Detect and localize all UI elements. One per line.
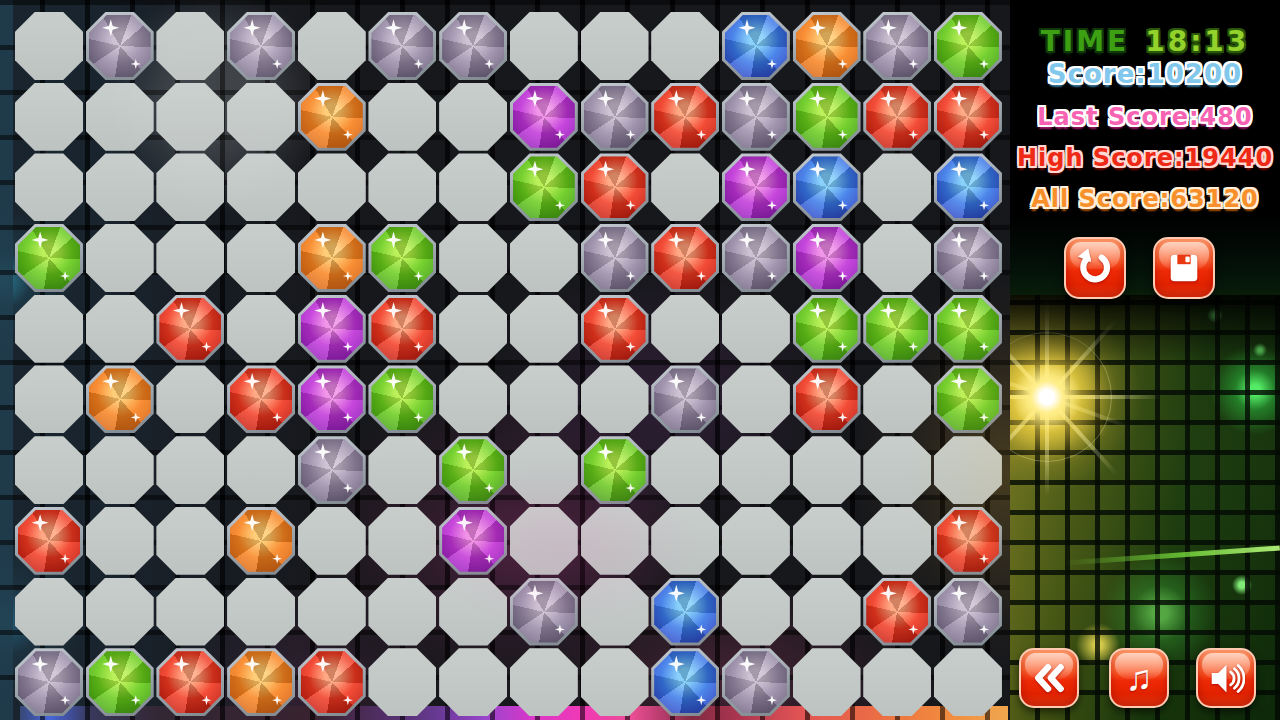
cell-empty: [439, 224, 507, 292]
gem-facets: [89, 368, 151, 430]
gem-red[interactable]: [227, 365, 295, 433]
cell-empty: [793, 578, 861, 646]
gem-facets: [371, 368, 433, 430]
gem-red[interactable]: [581, 153, 649, 221]
gem-red[interactable]: [156, 648, 224, 716]
cell-empty: [439, 578, 507, 646]
time-display: TIME18:13: [1010, 27, 1280, 58]
gem-facets: [796, 156, 858, 218]
gem-facets: [796, 368, 858, 430]
cell-empty: [156, 578, 224, 646]
gem-facets: [301, 439, 363, 501]
cell-empty: [86, 295, 154, 363]
cell-empty: [651, 507, 719, 575]
cell-empty: [86, 224, 154, 292]
cell-empty: [863, 648, 931, 716]
cell-empty: [510, 648, 578, 716]
gem-facets: [796, 15, 858, 77]
cell-empty: [156, 153, 224, 221]
gem-facets: [371, 298, 433, 360]
gem-silver[interactable]: [15, 648, 83, 716]
board-grid: [15, 12, 1002, 716]
cell-empty: [722, 507, 790, 575]
gem-orange[interactable]: [298, 83, 366, 151]
gem-facets: [18, 510, 80, 572]
gem-facets: [866, 298, 928, 360]
gem-facets: [584, 227, 646, 289]
all-score-label: All Score:: [1031, 185, 1170, 213]
sound-toggle-button[interactable]: [1196, 648, 1256, 708]
last-score-value: 480: [1200, 103, 1253, 131]
gem-magenta[interactable]: [298, 295, 366, 363]
gem-facets: [654, 227, 716, 289]
gem-blue[interactable]: [934, 153, 1002, 221]
cell-empty: [722, 295, 790, 363]
gem-red[interactable]: [651, 224, 719, 292]
cell-empty: [156, 365, 224, 433]
gem-facets: [584, 156, 646, 218]
cell-empty: [863, 224, 931, 292]
cell-empty: [439, 83, 507, 151]
gem-red[interactable]: [298, 648, 366, 716]
restart-button[interactable]: [1064, 237, 1126, 299]
cell-empty: [581, 578, 649, 646]
gem-orange[interactable]: [227, 648, 295, 716]
gem-blue[interactable]: [722, 12, 790, 80]
gem-facets: [18, 227, 80, 289]
gem-magenta[interactable]: [298, 365, 366, 433]
gem-facets: [159, 298, 221, 360]
gem-facets: [301, 298, 363, 360]
gem-magenta[interactable]: [439, 507, 507, 575]
gem-silver[interactable]: [510, 578, 578, 646]
score-label: Score:: [1048, 59, 1147, 89]
cell-empty: [368, 648, 436, 716]
restart-arrow-icon: [1076, 249, 1114, 287]
gem-silver[interactable]: [581, 224, 649, 292]
gem-facets: [937, 156, 999, 218]
gem-red[interactable]: [934, 507, 1002, 575]
time-value: 18:13: [1145, 25, 1249, 58]
gem-facets: [442, 15, 504, 77]
back-button[interactable]: [1019, 648, 1079, 708]
gem-facets: [796, 298, 858, 360]
gem-silver[interactable]: [86, 12, 154, 80]
double-chevron-back-icon: [1031, 660, 1067, 696]
gem-silver[interactable]: [722, 648, 790, 716]
cell-empty: [368, 83, 436, 151]
floppy-save-icon: [1165, 249, 1203, 287]
gem-facets: [513, 156, 575, 218]
gem-facets: [442, 510, 504, 572]
gem-silver[interactable]: [934, 224, 1002, 292]
cell-empty: [15, 83, 83, 151]
gem-facets: [725, 156, 787, 218]
gem-orange[interactable]: [227, 507, 295, 575]
gem-facets: [230, 15, 292, 77]
gem-green[interactable]: [15, 224, 83, 292]
gem-facets: [937, 15, 999, 77]
gem-facets: [725, 651, 787, 713]
cell-empty: [510, 224, 578, 292]
gem-red[interactable]: [863, 83, 931, 151]
board: [0, 0, 1010, 720]
cell-empty: [510, 365, 578, 433]
gem-facets: [584, 439, 646, 501]
cell-empty: [793, 436, 861, 504]
gem-facets: [301, 86, 363, 148]
gem-facets: [725, 86, 787, 148]
gem-red[interactable]: [863, 578, 931, 646]
gem-blue[interactable]: [651, 578, 719, 646]
gem-green[interactable]: [581, 436, 649, 504]
high-score-label: High Score:: [1017, 144, 1185, 172]
gem-green[interactable]: [793, 295, 861, 363]
gem-blue[interactable]: [793, 153, 861, 221]
gem-facets: [937, 368, 999, 430]
cell-empty: [156, 507, 224, 575]
cell-empty: [15, 578, 83, 646]
gem-silver[interactable]: [298, 436, 366, 504]
cell-empty: [156, 83, 224, 151]
gem-facets: [89, 651, 151, 713]
cell-empty: [156, 436, 224, 504]
music-toggle-button[interactable]: ♫: [1109, 648, 1169, 708]
cell-empty: [510, 507, 578, 575]
gem-orange[interactable]: [793, 12, 861, 80]
cell-empty: [86, 578, 154, 646]
cell-empty: [863, 153, 931, 221]
gem-facets: [654, 368, 716, 430]
green-light-streak: [1065, 546, 1280, 566]
cell-empty: [15, 295, 83, 363]
cell-empty: [439, 648, 507, 716]
cell-empty: [86, 83, 154, 151]
all-score-display: All Score:63120: [1010, 186, 1280, 212]
cell-empty: [722, 436, 790, 504]
cell-empty: [439, 295, 507, 363]
cell-empty: [581, 12, 649, 80]
gem-magenta[interactable]: [722, 153, 790, 221]
gem-facets: [371, 15, 433, 77]
gem-silver[interactable]: [863, 12, 931, 80]
gem-facets: [725, 227, 787, 289]
gem-facets: [866, 581, 928, 643]
score-display: Score:10200: [1010, 60, 1280, 89]
cell-empty: [651, 295, 719, 363]
gem-green[interactable]: [368, 365, 436, 433]
gem-facets: [654, 581, 716, 643]
cell-empty: [368, 507, 436, 575]
cell-empty: [581, 365, 649, 433]
gem-silver[interactable]: [651, 365, 719, 433]
light-ray: [1010, 318, 1119, 477]
cell-empty: [934, 648, 1002, 716]
gem-green[interactable]: [934, 12, 1002, 80]
gem-facets: [230, 368, 292, 430]
gem-facets: [937, 227, 999, 289]
cell-empty: [15, 153, 83, 221]
cell-empty: [793, 648, 861, 716]
gem-facets: [230, 510, 292, 572]
cell-empty: [227, 436, 295, 504]
gem-facets: [301, 651, 363, 713]
last-score-label: Last Score:: [1037, 103, 1199, 131]
gem-silver[interactable]: [581, 83, 649, 151]
gem-facets: [796, 227, 858, 289]
cell-empty: [227, 83, 295, 151]
gem-orange[interactable]: [86, 365, 154, 433]
cell-empty: [510, 12, 578, 80]
cell-empty: [156, 224, 224, 292]
light-ray: [1045, 297, 1049, 497]
cell-empty: [15, 436, 83, 504]
cell-empty: [227, 295, 295, 363]
gem-silver[interactable]: [227, 12, 295, 80]
gem-green[interactable]: [510, 153, 578, 221]
gem-facets: [301, 368, 363, 430]
gem-green[interactable]: [439, 436, 507, 504]
gem-facets: [866, 15, 928, 77]
gem-facets: [654, 86, 716, 148]
cell-empty: [15, 365, 83, 433]
cell-empty: [510, 295, 578, 363]
time-label: TIME: [1041, 25, 1130, 58]
gem-silver[interactable]: [934, 578, 1002, 646]
gem-facets: [796, 86, 858, 148]
cell-empty: [368, 153, 436, 221]
last-score-display: Last Score:480: [1010, 104, 1280, 130]
cell-empty: [227, 153, 295, 221]
gem-facets: [18, 651, 80, 713]
gem-magenta[interactable]: [510, 83, 578, 151]
gem-facets: [937, 581, 999, 643]
light-ray: [1010, 395, 1162, 399]
cell-empty: [15, 12, 83, 80]
high-score-display: High Score:19440: [1010, 145, 1280, 171]
cell-empty: [86, 436, 154, 504]
cell-empty: [227, 578, 295, 646]
cell-empty: [298, 12, 366, 80]
cell-empty: [368, 578, 436, 646]
speaker-sound-icon: [1208, 660, 1245, 697]
all-score-value: 63120: [1170, 185, 1259, 213]
gem-facets: [654, 651, 716, 713]
gem-facets: [301, 227, 363, 289]
cell-empty: [86, 153, 154, 221]
gem-facets: [866, 86, 928, 148]
cell-empty: [368, 436, 436, 504]
cell-empty: [86, 507, 154, 575]
gem-facets: [159, 651, 221, 713]
cell-empty: [863, 436, 931, 504]
cell-empty: [581, 648, 649, 716]
cell-empty: [722, 578, 790, 646]
cell-empty: [793, 507, 861, 575]
gem-red[interactable]: [581, 295, 649, 363]
gem-facets: [513, 581, 575, 643]
cell-empty: [156, 12, 224, 80]
gem-red[interactable]: [368, 295, 436, 363]
cell-empty: [863, 365, 931, 433]
game-screen: TIME18:13 Score:10200 Last Score:480 Hig…: [0, 0, 1280, 720]
gem-facets: [584, 86, 646, 148]
gem-red[interactable]: [15, 507, 83, 575]
gem-silver[interactable]: [439, 12, 507, 80]
cell-empty: [439, 365, 507, 433]
cell-empty: [722, 365, 790, 433]
music-note-icon: ♫: [1126, 660, 1153, 696]
gem-green[interactable]: [793, 83, 861, 151]
gem-magenta[interactable]: [793, 224, 861, 292]
gem-facets: [937, 298, 999, 360]
gem-facets: [584, 298, 646, 360]
gem-facets: [89, 15, 151, 77]
gem-facets: [937, 510, 999, 572]
gem-red[interactable]: [651, 83, 719, 151]
gem-red[interactable]: [934, 83, 1002, 151]
gem-facets: [513, 86, 575, 148]
gem-red[interactable]: [793, 365, 861, 433]
save-button[interactable]: [1153, 237, 1215, 299]
cell-empty: [298, 578, 366, 646]
gem-facets: [442, 439, 504, 501]
light-ray: [1010, 366, 1128, 428]
cell-empty: [651, 153, 719, 221]
sidebar: TIME18:13 Score:10200 Last Score:480 Hig…: [1010, 0, 1280, 720]
cell-empty: [934, 436, 1002, 504]
lens-ring: [1010, 332, 1112, 462]
starburst-flare: [1010, 327, 1117, 467]
gem-silver[interactable]: [722, 224, 790, 292]
gem-blue[interactable]: [651, 648, 719, 716]
high-score-value: 19440: [1185, 144, 1274, 172]
gem-green[interactable]: [863, 295, 931, 363]
gem-facets: [725, 15, 787, 77]
cell-empty: [227, 224, 295, 292]
gem-facets: [230, 651, 292, 713]
gem-green[interactable]: [934, 295, 1002, 363]
gem-orange[interactable]: [298, 224, 366, 292]
cell-empty: [298, 507, 366, 575]
cell-empty: [298, 153, 366, 221]
cell-empty: [863, 507, 931, 575]
gem-facets: [371, 227, 433, 289]
gem-silver[interactable]: [722, 83, 790, 151]
gem-green[interactable]: [368, 224, 436, 292]
score-value: 10200: [1147, 59, 1242, 89]
gem-green[interactable]: [86, 648, 154, 716]
cell-empty: [651, 436, 719, 504]
gem-red[interactable]: [156, 295, 224, 363]
cell-empty: [439, 153, 507, 221]
gem-silver[interactable]: [368, 12, 436, 80]
cell-empty: [581, 507, 649, 575]
gem-green[interactable]: [934, 365, 1002, 433]
light-ray: [1010, 318, 1119, 477]
gem-facets: [937, 86, 999, 148]
cell-empty: [510, 436, 578, 504]
cell-empty: [651, 12, 719, 80]
